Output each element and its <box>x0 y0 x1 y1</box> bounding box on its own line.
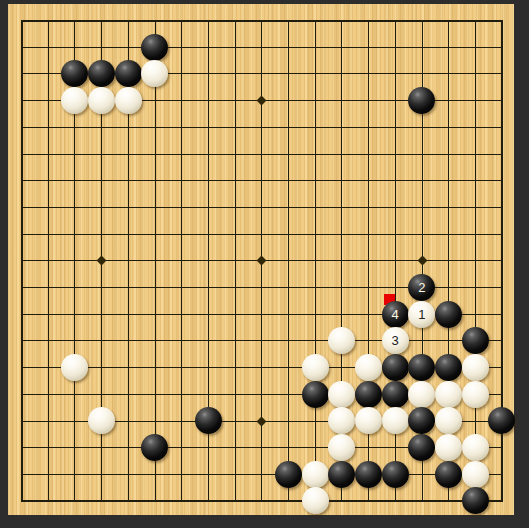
intersection[interactable] <box>35 34 62 61</box>
intersection[interactable] <box>8 114 35 141</box>
intersection[interactable] <box>275 221 302 248</box>
intersection[interactable] <box>115 247 142 274</box>
intersection[interactable] <box>195 194 222 221</box>
intersection[interactable] <box>168 301 195 328</box>
intersection[interactable] <box>462 221 489 248</box>
intersection[interactable] <box>35 194 62 221</box>
intersection[interactable] <box>168 274 195 301</box>
intersection[interactable] <box>489 221 516 248</box>
intersection[interactable] <box>35 354 62 381</box>
intersection[interactable] <box>328 61 355 88</box>
intersection[interactable] <box>115 434 142 461</box>
intersection[interactable] <box>248 194 275 221</box>
intersection[interactable] <box>382 274 409 301</box>
intersection[interactable] <box>88 7 115 34</box>
intersection[interactable] <box>195 247 222 274</box>
intersection[interactable] <box>195 114 222 141</box>
intersection[interactable] <box>408 194 435 221</box>
intersection[interactable] <box>222 247 249 274</box>
intersection[interactable] <box>195 7 222 34</box>
intersection[interactable] <box>435 7 462 34</box>
intersection[interactable] <box>88 354 115 381</box>
intersection[interactable] <box>142 87 169 114</box>
intersection[interactable] <box>195 274 222 301</box>
intersection[interactable] <box>8 194 35 221</box>
intersection[interactable] <box>62 434 89 461</box>
intersection[interactable] <box>462 61 489 88</box>
intersection[interactable] <box>168 87 195 114</box>
intersection[interactable] <box>408 7 435 34</box>
intersection[interactable] <box>222 221 249 248</box>
intersection[interactable] <box>222 274 249 301</box>
intersection[interactable] <box>328 221 355 248</box>
intersection[interactable] <box>275 34 302 61</box>
intersection[interactable] <box>168 381 195 408</box>
intersection[interactable] <box>275 114 302 141</box>
intersection[interactable] <box>142 7 169 34</box>
intersection[interactable] <box>222 407 249 434</box>
intersection[interactable] <box>435 274 462 301</box>
intersection[interactable] <box>115 327 142 354</box>
intersection[interactable] <box>328 194 355 221</box>
intersection[interactable] <box>435 167 462 194</box>
intersection[interactable] <box>8 167 35 194</box>
intersection[interactable] <box>408 247 435 274</box>
intersection[interactable] <box>355 167 382 194</box>
intersection[interactable] <box>142 327 169 354</box>
intersection[interactable] <box>489 34 516 61</box>
intersection[interactable] <box>88 221 115 248</box>
intersection[interactable] <box>382 167 409 194</box>
intersection[interactable] <box>195 461 222 488</box>
intersection[interactable] <box>168 354 195 381</box>
intersection[interactable] <box>248 7 275 34</box>
intersection[interactable] <box>195 87 222 114</box>
intersection[interactable] <box>142 407 169 434</box>
intersection[interactable] <box>382 247 409 274</box>
intersection[interactable] <box>35 247 62 274</box>
intersection[interactable] <box>328 141 355 168</box>
intersection[interactable] <box>168 488 195 515</box>
intersection[interactable] <box>275 381 302 408</box>
intersection[interactable] <box>88 327 115 354</box>
intersection[interactable] <box>489 434 516 461</box>
intersection[interactable] <box>275 327 302 354</box>
intersection[interactable] <box>408 327 435 354</box>
intersection[interactable] <box>195 381 222 408</box>
intersection[interactable] <box>222 488 249 515</box>
intersection[interactable] <box>275 407 302 434</box>
intersection[interactable] <box>462 247 489 274</box>
intersection[interactable] <box>489 247 516 274</box>
intersection[interactable] <box>489 327 516 354</box>
intersection[interactable] <box>62 247 89 274</box>
intersection[interactable] <box>88 274 115 301</box>
intersection[interactable] <box>195 61 222 88</box>
intersection[interactable] <box>62 167 89 194</box>
intersection[interactable] <box>489 141 516 168</box>
intersection[interactable] <box>355 434 382 461</box>
intersection[interactable] <box>62 407 89 434</box>
intersection[interactable] <box>248 141 275 168</box>
intersection[interactable] <box>115 7 142 34</box>
intersection[interactable] <box>462 114 489 141</box>
intersection[interactable] <box>408 34 435 61</box>
intersection[interactable] <box>62 7 89 34</box>
intersection[interactable] <box>8 301 35 328</box>
intersection[interactable] <box>328 114 355 141</box>
intersection[interactable] <box>35 7 62 34</box>
intersection[interactable] <box>222 461 249 488</box>
intersection[interactable] <box>8 7 35 34</box>
intersection[interactable] <box>195 301 222 328</box>
intersection[interactable] <box>142 221 169 248</box>
intersection[interactable] <box>275 167 302 194</box>
intersection[interactable] <box>275 301 302 328</box>
intersection[interactable] <box>408 461 435 488</box>
intersection[interactable] <box>35 221 62 248</box>
intersection[interactable] <box>35 141 62 168</box>
intersection[interactable] <box>62 114 89 141</box>
intersection[interactable] <box>142 354 169 381</box>
intersection[interactable] <box>168 407 195 434</box>
intersection[interactable] <box>195 354 222 381</box>
intersection[interactable] <box>302 34 329 61</box>
intersection[interactable] <box>62 34 89 61</box>
intersection[interactable] <box>382 61 409 88</box>
intersection[interactable] <box>489 461 516 488</box>
intersection[interactable] <box>275 87 302 114</box>
intersection[interactable] <box>142 488 169 515</box>
intersection[interactable] <box>302 61 329 88</box>
intersection[interactable] <box>168 327 195 354</box>
intersection[interactable] <box>35 327 62 354</box>
intersection[interactable] <box>195 34 222 61</box>
intersection[interactable] <box>222 381 249 408</box>
intersection[interactable] <box>355 141 382 168</box>
intersection[interactable] <box>222 167 249 194</box>
intersection[interactable] <box>489 488 516 515</box>
intersection[interactable] <box>88 488 115 515</box>
intersection[interactable] <box>62 301 89 328</box>
intersection[interactable] <box>275 194 302 221</box>
intersection[interactable] <box>355 274 382 301</box>
intersection[interactable] <box>35 274 62 301</box>
intersection[interactable] <box>35 301 62 328</box>
intersection[interactable] <box>328 354 355 381</box>
intersection[interactable] <box>8 247 35 274</box>
intersection[interactable] <box>222 61 249 88</box>
intersection[interactable] <box>355 87 382 114</box>
intersection[interactable] <box>115 274 142 301</box>
intersection[interactable] <box>248 407 275 434</box>
intersection[interactable] <box>142 114 169 141</box>
intersection[interactable] <box>355 61 382 88</box>
intersection[interactable] <box>328 301 355 328</box>
intersection[interactable] <box>168 141 195 168</box>
intersection[interactable] <box>142 141 169 168</box>
intersection[interactable] <box>8 221 35 248</box>
intersection[interactable] <box>8 61 35 88</box>
intersection[interactable] <box>8 381 35 408</box>
intersection[interactable] <box>142 274 169 301</box>
intersection[interactable] <box>35 87 62 114</box>
intersection[interactable] <box>88 301 115 328</box>
intersection[interactable] <box>115 194 142 221</box>
intersection[interactable] <box>88 434 115 461</box>
intersection[interactable] <box>408 141 435 168</box>
intersection[interactable] <box>142 381 169 408</box>
intersection[interactable] <box>168 461 195 488</box>
intersection[interactable] <box>222 87 249 114</box>
intersection[interactable] <box>355 7 382 34</box>
intersection[interactable] <box>8 434 35 461</box>
intersection[interactable] <box>168 434 195 461</box>
intersection[interactable] <box>222 141 249 168</box>
intersection[interactable] <box>62 488 89 515</box>
intersection[interactable] <box>222 434 249 461</box>
intersection[interactable] <box>115 221 142 248</box>
intersection[interactable] <box>355 221 382 248</box>
intersection[interactable] <box>168 61 195 88</box>
intersection[interactable] <box>328 274 355 301</box>
intersection[interactable] <box>248 247 275 274</box>
intersection[interactable] <box>8 488 35 515</box>
intersection[interactable] <box>382 141 409 168</box>
intersection[interactable] <box>35 461 62 488</box>
intersection[interactable] <box>302 434 329 461</box>
intersection[interactable] <box>88 461 115 488</box>
intersection[interactable] <box>248 301 275 328</box>
intersection[interactable] <box>302 87 329 114</box>
intersection[interactable] <box>302 7 329 34</box>
intersection[interactable] <box>142 194 169 221</box>
intersection[interactable] <box>195 167 222 194</box>
intersection[interactable] <box>435 34 462 61</box>
intersection[interactable] <box>382 194 409 221</box>
intersection[interactable] <box>382 434 409 461</box>
intersection[interactable] <box>115 381 142 408</box>
intersection[interactable] <box>302 141 329 168</box>
intersection[interactable] <box>248 488 275 515</box>
intersection[interactable] <box>462 87 489 114</box>
intersection[interactable] <box>435 488 462 515</box>
intersection[interactable] <box>195 141 222 168</box>
intersection[interactable] <box>275 247 302 274</box>
intersection[interactable] <box>35 434 62 461</box>
intersection[interactable] <box>115 114 142 141</box>
intersection[interactable] <box>168 194 195 221</box>
intersection[interactable] <box>248 114 275 141</box>
intersection[interactable] <box>115 488 142 515</box>
intersection[interactable] <box>115 407 142 434</box>
intersection[interactable] <box>168 167 195 194</box>
intersection[interactable] <box>382 221 409 248</box>
intersection[interactable] <box>115 34 142 61</box>
intersection[interactable] <box>328 247 355 274</box>
intersection[interactable] <box>275 488 302 515</box>
intersection[interactable] <box>489 301 516 328</box>
intersection[interactable] <box>222 354 249 381</box>
intersection[interactable] <box>462 7 489 34</box>
intersection[interactable] <box>35 407 62 434</box>
intersection[interactable] <box>275 274 302 301</box>
intersection[interactable] <box>489 354 516 381</box>
intersection[interactable] <box>435 141 462 168</box>
intersection[interactable] <box>302 407 329 434</box>
intersection[interactable] <box>462 407 489 434</box>
intersection[interactable] <box>462 301 489 328</box>
intersection[interactable] <box>248 167 275 194</box>
intersection[interactable] <box>35 488 62 515</box>
intersection[interactable] <box>248 354 275 381</box>
intersection[interactable] <box>302 167 329 194</box>
intersection[interactable] <box>275 434 302 461</box>
intersection[interactable] <box>275 61 302 88</box>
intersection[interactable] <box>62 274 89 301</box>
intersection[interactable] <box>462 167 489 194</box>
intersection[interactable] <box>195 488 222 515</box>
intersection[interactable] <box>222 7 249 34</box>
intersection[interactable] <box>248 327 275 354</box>
go-board[interactable]: 2413 <box>0 0 529 528</box>
intersection[interactable] <box>168 114 195 141</box>
intersection[interactable] <box>222 114 249 141</box>
intersection[interactable] <box>489 7 516 34</box>
intersection[interactable] <box>328 87 355 114</box>
intersection[interactable] <box>462 141 489 168</box>
intersection[interactable] <box>355 488 382 515</box>
intersection[interactable] <box>302 194 329 221</box>
intersection[interactable] <box>302 247 329 274</box>
intersection[interactable] <box>88 167 115 194</box>
intersection[interactable] <box>302 327 329 354</box>
intersection[interactable] <box>115 354 142 381</box>
intersection[interactable] <box>8 327 35 354</box>
intersection[interactable] <box>115 167 142 194</box>
intersection[interactable] <box>489 87 516 114</box>
intersection[interactable] <box>222 194 249 221</box>
intersection[interactable] <box>168 247 195 274</box>
intersection[interactable] <box>222 301 249 328</box>
intersection[interactable] <box>62 327 89 354</box>
intersection[interactable] <box>435 247 462 274</box>
intersection[interactable] <box>302 301 329 328</box>
intersection[interactable] <box>302 274 329 301</box>
intersection[interactable] <box>355 247 382 274</box>
intersection[interactable] <box>328 34 355 61</box>
intersection[interactable] <box>489 167 516 194</box>
intersection[interactable] <box>35 114 62 141</box>
intersection[interactable] <box>142 247 169 274</box>
intersection[interactable] <box>382 34 409 61</box>
intersection[interactable] <box>8 141 35 168</box>
intersection[interactable] <box>382 87 409 114</box>
intersection[interactable] <box>248 87 275 114</box>
intersection[interactable] <box>8 87 35 114</box>
intersection[interactable] <box>435 194 462 221</box>
intersection[interactable] <box>195 327 222 354</box>
intersection[interactable] <box>248 221 275 248</box>
intersection[interactable] <box>248 434 275 461</box>
intersection[interactable] <box>435 87 462 114</box>
intersection[interactable] <box>328 488 355 515</box>
intersection[interactable] <box>435 61 462 88</box>
intersection[interactable] <box>248 274 275 301</box>
intersection[interactable] <box>222 327 249 354</box>
intersection[interactable] <box>8 461 35 488</box>
intersection[interactable] <box>195 221 222 248</box>
intersection[interactable] <box>248 34 275 61</box>
intersection[interactable] <box>382 488 409 515</box>
intersection[interactable] <box>88 141 115 168</box>
intersection[interactable] <box>275 354 302 381</box>
intersection[interactable] <box>408 488 435 515</box>
intersection[interactable] <box>248 461 275 488</box>
intersection[interactable] <box>489 381 516 408</box>
intersection[interactable] <box>142 461 169 488</box>
intersection[interactable] <box>115 141 142 168</box>
intersection[interactable] <box>489 274 516 301</box>
intersection[interactable] <box>462 34 489 61</box>
intersection[interactable] <box>302 221 329 248</box>
intersection[interactable] <box>462 194 489 221</box>
intersection[interactable] <box>115 461 142 488</box>
intersection[interactable] <box>62 461 89 488</box>
intersection[interactable] <box>115 301 142 328</box>
intersection[interactable] <box>328 167 355 194</box>
intersection[interactable] <box>489 194 516 221</box>
intersection[interactable] <box>355 301 382 328</box>
intersection[interactable] <box>382 114 409 141</box>
intersection[interactable] <box>355 34 382 61</box>
intersection[interactable] <box>88 247 115 274</box>
intersection[interactable] <box>142 301 169 328</box>
intersection[interactable] <box>462 274 489 301</box>
intersection[interactable] <box>62 221 89 248</box>
intersection[interactable] <box>88 381 115 408</box>
intersection[interactable] <box>355 194 382 221</box>
intersection[interactable] <box>408 221 435 248</box>
intersection[interactable] <box>435 221 462 248</box>
intersection[interactable] <box>35 61 62 88</box>
intersection[interactable] <box>275 7 302 34</box>
intersection[interactable] <box>222 34 249 61</box>
intersection[interactable] <box>168 7 195 34</box>
intersection[interactable] <box>168 34 195 61</box>
intersection[interactable] <box>408 167 435 194</box>
intersection[interactable] <box>195 434 222 461</box>
intersection[interactable] <box>62 141 89 168</box>
intersection[interactable] <box>489 114 516 141</box>
intersection[interactable] <box>248 61 275 88</box>
intersection[interactable] <box>8 354 35 381</box>
intersection[interactable] <box>355 114 382 141</box>
intersection[interactable] <box>35 167 62 194</box>
intersection[interactable] <box>328 7 355 34</box>
intersection[interactable] <box>88 34 115 61</box>
intersection[interactable] <box>408 61 435 88</box>
intersection[interactable] <box>88 114 115 141</box>
intersection[interactable] <box>275 141 302 168</box>
intersection[interactable] <box>168 221 195 248</box>
intersection[interactable] <box>435 327 462 354</box>
intersection[interactable] <box>35 381 62 408</box>
intersection[interactable] <box>489 61 516 88</box>
intersection[interactable] <box>408 114 435 141</box>
intersection[interactable] <box>62 194 89 221</box>
intersection[interactable] <box>355 327 382 354</box>
